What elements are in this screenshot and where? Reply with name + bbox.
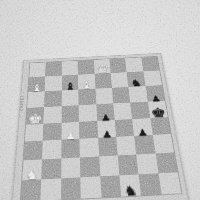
square-h4[interactable] — [150, 117, 171, 135]
piece-white-bishop-a7[interactable]: ♝ — [28, 83, 45, 93]
square-f7[interactable] — [111, 72, 129, 88]
square-f3[interactable] — [116, 136, 136, 156]
piece-black-king-h5[interactable]: ♚ — [148, 105, 168, 119]
square-b3[interactable] — [42, 140, 61, 160]
square-e8[interactable]: ♛ — [94, 59, 111, 74]
square-h5[interactable]: ♚ — [148, 100, 168, 117]
square-f8[interactable] — [109, 58, 126, 73]
square-c4[interactable]: ♟ — [61, 122, 79, 140]
square-f2[interactable] — [118, 155, 139, 176]
square-e7[interactable] — [94, 73, 112, 89]
piece-white-king-a5[interactable]: ♚ — [26, 112, 44, 126]
square-f6[interactable] — [112, 87, 131, 103]
piece-white-knight-a2[interactable]: ♞ — [22, 168, 42, 182]
square-h2[interactable] — [155, 153, 177, 174]
square-b5[interactable] — [44, 106, 62, 123]
square-e1[interactable] — [100, 175, 121, 197]
square-d8[interactable] — [78, 60, 95, 75]
square-d2[interactable] — [80, 157, 100, 178]
piece-white-pawn-c4[interactable]: ♟ — [61, 131, 79, 141]
square-e2[interactable] — [99, 156, 120, 177]
square-h7[interactable] — [143, 70, 162, 85]
piece-black-pawn-e4[interactable]: ♟ — [97, 130, 116, 140]
square-h6[interactable]: ♟ — [145, 85, 164, 101]
square-d7[interactable]: ♝ — [78, 74, 95, 90]
square-h1[interactable] — [158, 172, 181, 194]
piece-white-queen-e8[interactable]: ♛ — [94, 63, 111, 75]
square-f4[interactable] — [115, 119, 135, 137]
square-d1[interactable] — [80, 176, 101, 198]
piece-black-pawn-g4[interactable]: ♟ — [133, 128, 152, 138]
board-grid: ♛♝♝♝♞♟♚♟♚♟♟♟♞♞ — [21, 57, 182, 200]
square-f5[interactable] — [113, 102, 132, 119]
square-d5[interactable] — [79, 104, 97, 121]
chessboard: CHAVET ✠ ♛♝♝♝♞♟♚♟♚♟♟♟♞♞ — [11, 53, 189, 200]
square-a5[interactable]: ♚ — [26, 107, 44, 124]
square-c1[interactable] — [61, 177, 81, 199]
square-b1[interactable] — [41, 178, 61, 200]
square-c8[interactable] — [62, 61, 78, 76]
square-e6[interactable] — [95, 88, 113, 104]
square-e3[interactable] — [98, 137, 118, 157]
square-a8[interactable] — [29, 62, 46, 77]
square-e4[interactable]: ♟ — [97, 120, 116, 138]
square-b4[interactable] — [43, 122, 61, 141]
piece-black-knight-g7[interactable]: ♞ — [128, 78, 146, 88]
square-a4[interactable] — [25, 123, 44, 142]
square-a3[interactable] — [24, 141, 44, 161]
square-a2[interactable]: ♞ — [22, 160, 42, 181]
piece-white-bishop-d7[interactable]: ♝ — [78, 80, 95, 90]
square-h3[interactable] — [153, 134, 175, 153]
square-b2[interactable] — [42, 159, 62, 180]
piece-black-pawn-h6[interactable]: ♟ — [147, 94, 165, 103]
square-b6[interactable] — [44, 90, 61, 107]
square-d3[interactable] — [80, 138, 99, 158]
square-d4[interactable] — [79, 121, 98, 139]
square-c7[interactable]: ♝ — [62, 75, 79, 91]
square-h8[interactable] — [141, 57, 159, 72]
square-c2[interactable] — [61, 158, 80, 179]
square-f1[interactable]: ♞ — [119, 174, 141, 196]
piece-black-knight-f1[interactable]: ♞ — [120, 184, 141, 199]
square-b7[interactable] — [45, 76, 62, 92]
square-e5[interactable]: ♟ — [96, 103, 115, 120]
square-a7[interactable]: ♝ — [28, 76, 45, 92]
square-c5[interactable] — [61, 105, 79, 122]
square-c6[interactable] — [62, 89, 79, 105]
square-d6[interactable] — [78, 89, 96, 105]
square-c3[interactable] — [61, 139, 80, 159]
piece-black-bishop-c7[interactable]: ♝ — [62, 81, 79, 91]
piece-black-pawn-e5[interactable]: ♟ — [96, 112, 114, 122]
square-a6[interactable] — [27, 91, 45, 108]
square-a1[interactable] — [21, 180, 42, 200]
screenshot-root: CHAVET ✠ ♛♝♝♝♞♟♚♟♚♟♟♟♞♞ — [0, 0, 200, 200]
square-b8[interactable] — [45, 62, 61, 77]
